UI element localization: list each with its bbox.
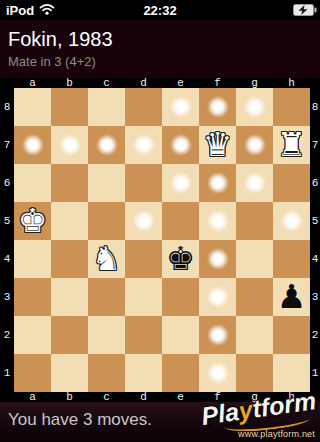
square-e6[interactable]	[162, 164, 199, 202]
square-f4[interactable]	[199, 240, 236, 278]
square-g6[interactable]	[236, 164, 273, 202]
square-g7[interactable]	[236, 126, 273, 164]
square-c4[interactable]: ♞	[88, 240, 125, 278]
square-g4[interactable]	[236, 240, 273, 278]
move-dot-a7[interactable]	[22, 134, 44, 156]
move-dot-f2[interactable]	[207, 324, 229, 346]
square-f1[interactable]	[199, 354, 236, 392]
square-h6[interactable]	[273, 164, 310, 202]
move-dot-f4[interactable]	[207, 248, 229, 270]
clock: 22:32	[0, 3, 320, 18]
square-a3[interactable]	[14, 278, 51, 316]
move-dot-c7[interactable]	[96, 134, 118, 156]
move-dot-f8[interactable]	[207, 96, 229, 118]
file-label-bottom-d: d	[125, 392, 162, 402]
file-label-bottom-c: c	[88, 392, 125, 402]
file-label-bottom-e: e	[162, 392, 199, 402]
square-a1[interactable]	[14, 354, 51, 392]
move-dot-f1[interactable]	[207, 362, 229, 384]
rank-label-left-5: 5	[0, 202, 14, 240]
rank-label-right-4: 4	[310, 240, 320, 278]
square-h8[interactable]	[273, 88, 310, 126]
square-f7[interactable]: ♛	[199, 126, 236, 164]
square-h7[interactable]: ♜	[273, 126, 310, 164]
square-b5[interactable]	[51, 202, 88, 240]
file-label-top-d: d	[125, 78, 162, 88]
rank-label-right-3: 3	[310, 278, 320, 316]
piece-white-rook[interactable]: ♜	[277, 126, 307, 164]
square-d8[interactable]	[125, 88, 162, 126]
move-dot-f3[interactable]	[207, 286, 229, 308]
move-dot-h5[interactable]	[281, 210, 303, 232]
rank-label-left-4: 4	[0, 240, 14, 278]
rank-label-left-8: 8	[0, 88, 14, 126]
square-e5[interactable]	[162, 202, 199, 240]
square-c8[interactable]	[88, 88, 125, 126]
square-a5[interactable]: ♚	[14, 202, 51, 240]
square-a4[interactable]	[14, 240, 51, 278]
square-g2[interactable]	[236, 316, 273, 354]
rank-label-right-6: 6	[310, 164, 320, 202]
square-g5[interactable]	[236, 202, 273, 240]
square-f3[interactable]	[199, 278, 236, 316]
square-e4[interactable]: ♚	[162, 240, 199, 278]
square-c6[interactable]	[88, 164, 125, 202]
square-d7[interactable]	[125, 126, 162, 164]
move-dot-f6[interactable]	[207, 172, 229, 194]
move-dot-e7[interactable]	[170, 134, 192, 156]
square-d4[interactable]	[125, 240, 162, 278]
move-dot-d5[interactable]	[133, 210, 155, 232]
status-bar: iPod 22:32	[0, 0, 320, 20]
chess-board: aabbccddeeffgghh8877665544332211♛♜♚♞♚♟	[0, 78, 320, 402]
move-dot-g7[interactable]	[244, 134, 266, 156]
square-h3[interactable]: ♟	[273, 278, 310, 316]
rank-label-right-7: 7	[310, 126, 320, 164]
battery-charging-icon	[293, 4, 317, 16]
square-a2[interactable]	[14, 316, 51, 354]
moves-remaining-message: You have 3 moves.	[8, 410, 152, 430]
move-dot-e8[interactable]	[170, 96, 192, 118]
rank-label-left-6: 6	[0, 164, 14, 202]
rank-label-left-3: 3	[0, 278, 14, 316]
square-a6[interactable]	[14, 164, 51, 202]
rank-label-left-1: 1	[0, 354, 14, 392]
file-label-top-c: c	[88, 78, 125, 88]
square-d5[interactable]	[125, 202, 162, 240]
square-d3[interactable]	[125, 278, 162, 316]
square-g3[interactable]	[236, 278, 273, 316]
piece-white-king[interactable]: ♚	[18, 202, 48, 240]
square-f2[interactable]	[199, 316, 236, 354]
square-d1[interactable]	[125, 354, 162, 392]
square-c3[interactable]	[88, 278, 125, 316]
logo-part1: Pla	[199, 397, 240, 430]
square-b8[interactable]	[51, 88, 88, 126]
square-h4[interactable]	[273, 240, 310, 278]
puzzle-title: Fokin, 1983	[8, 27, 320, 51]
square-b3[interactable]	[51, 278, 88, 316]
move-dot-e6[interactable]	[170, 172, 192, 194]
square-e1[interactable]	[162, 354, 199, 392]
square-d2[interactable]	[125, 316, 162, 354]
file-label-top-e: e	[162, 78, 199, 88]
puzzle-header: Fokin, 1983 Mate in 3 (4+2)	[0, 20, 320, 78]
square-d6[interactable]	[125, 164, 162, 202]
square-f8[interactable]	[199, 88, 236, 126]
rank-label-left-7: 7	[0, 126, 14, 164]
square-e2[interactable]	[162, 316, 199, 354]
square-b1[interactable]	[51, 354, 88, 392]
square-h5[interactable]	[273, 202, 310, 240]
square-b7[interactable]	[51, 126, 88, 164]
square-e8[interactable]	[162, 88, 199, 126]
file-label-top-a: a	[14, 78, 51, 88]
move-dot-g8[interactable]	[244, 96, 266, 118]
square-b2[interactable]	[51, 316, 88, 354]
square-e7[interactable]	[162, 126, 199, 164]
square-a8[interactable]	[14, 88, 51, 126]
puzzle-subtitle: Mate in 3 (4+2)	[8, 54, 320, 69]
move-dot-g6[interactable]	[244, 172, 266, 194]
piece-black-king[interactable]: ♚	[166, 240, 196, 278]
file-label-top-b: b	[51, 78, 88, 88]
file-label-bottom-a: a	[14, 392, 51, 402]
piece-white-queen[interactable]: ♛	[203, 126, 233, 164]
rank-label-right-2: 2	[310, 316, 320, 354]
square-c5[interactable]	[88, 202, 125, 240]
square-f6[interactable]	[199, 164, 236, 202]
piece-white-knight[interactable]: ♞	[92, 240, 122, 278]
move-dot-b7[interactable]	[59, 134, 81, 156]
square-e3[interactable]	[162, 278, 199, 316]
file-label-top-g: g	[236, 78, 273, 88]
move-dot-f5[interactable]	[207, 210, 229, 232]
logo-url[interactable]: www.playtform.net	[238, 429, 315, 439]
square-b6[interactable]	[51, 164, 88, 202]
rank-label-right-5: 5	[310, 202, 320, 240]
rank-label-left-2: 2	[0, 316, 14, 354]
square-b4[interactable]	[51, 240, 88, 278]
square-c7[interactable]	[88, 126, 125, 164]
square-c1[interactable]	[88, 354, 125, 392]
square-g8[interactable]	[236, 88, 273, 126]
square-f5[interactable]	[199, 202, 236, 240]
square-g1[interactable]	[236, 354, 273, 392]
square-a7[interactable]	[14, 126, 51, 164]
file-label-bottom-b: b	[51, 392, 88, 402]
move-dot-d7[interactable]	[133, 134, 155, 156]
piece-black-pawn[interactable]: ♟	[277, 278, 307, 316]
square-h2[interactable]	[273, 316, 310, 354]
footer-bar: You have 3 moves. Playtform www.playtfor…	[0, 402, 320, 442]
file-label-top-f: f	[199, 78, 236, 88]
square-c2[interactable]	[88, 316, 125, 354]
rank-label-right-8: 8	[310, 88, 320, 126]
file-label-top-h: h	[273, 78, 310, 88]
